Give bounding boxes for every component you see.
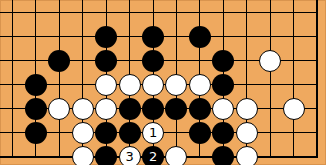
stone-white bbox=[142, 74, 164, 96]
grid-vline bbox=[270, 0, 271, 158]
stone-black bbox=[212, 74, 234, 96]
stone-white bbox=[259, 50, 281, 72]
stone-black bbox=[119, 122, 141, 144]
stone-black bbox=[95, 122, 117, 144]
stone-white-move-1: 1 bbox=[142, 122, 164, 144]
grid-vline bbox=[12, 0, 13, 158]
stone-white bbox=[165, 146, 187, 166]
stone-black bbox=[212, 146, 234, 166]
stone-black bbox=[142, 26, 164, 48]
grid-vline bbox=[293, 0, 294, 158]
stone-white bbox=[236, 98, 258, 120]
stone-black bbox=[142, 98, 164, 120]
stone-white bbox=[189, 74, 211, 96]
stone-white bbox=[72, 146, 94, 166]
stone-white bbox=[95, 74, 117, 96]
stone-black bbox=[189, 98, 211, 120]
stone-white bbox=[212, 98, 234, 120]
stone-white-move-3: 3 bbox=[119, 146, 141, 166]
stone-black bbox=[142, 50, 164, 72]
stone-black bbox=[165, 98, 187, 120]
stone-black bbox=[189, 26, 211, 48]
stone-black bbox=[25, 98, 47, 120]
stone-black bbox=[95, 26, 117, 48]
stone-black bbox=[95, 50, 117, 72]
stone-black bbox=[119, 98, 141, 120]
go-board: 132 bbox=[0, 0, 326, 165]
stone-white bbox=[165, 74, 187, 96]
stone-black bbox=[212, 122, 234, 144]
stone-white bbox=[236, 122, 258, 144]
stone-white bbox=[95, 98, 117, 120]
grid-vline bbox=[59, 0, 60, 158]
stone-white bbox=[236, 146, 258, 166]
stone-white bbox=[72, 122, 94, 144]
stone-black bbox=[212, 50, 234, 72]
stone-white bbox=[72, 98, 94, 120]
stone-black bbox=[25, 74, 47, 96]
stone-black bbox=[25, 122, 47, 144]
stone-black-move-2: 2 bbox=[142, 146, 164, 166]
stone-black bbox=[48, 50, 70, 72]
grid-vline bbox=[316, 0, 318, 158]
stone-white bbox=[283, 98, 305, 120]
stone-black bbox=[95, 146, 117, 166]
stone-white bbox=[48, 98, 70, 120]
grid-hline bbox=[0, 12, 318, 13]
stone-black bbox=[189, 122, 211, 144]
stone-white bbox=[119, 74, 141, 96]
